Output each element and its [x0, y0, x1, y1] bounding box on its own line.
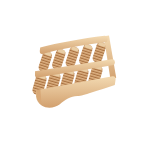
product-photo: Wooden foot massage roller with two rows… — [0, 0, 150, 150]
foot-massage-roller-image: Wooden foot massage roller with two rows… — [0, 0, 150, 150]
photo-background — [0, 0, 150, 150]
